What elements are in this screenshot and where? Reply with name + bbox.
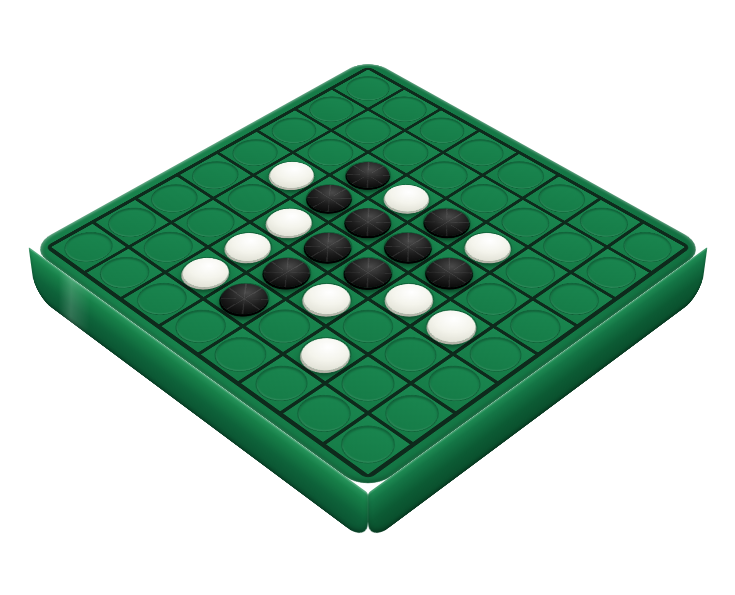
board-cell[interactable] [328,356,408,411]
board-cell[interactable] [124,274,201,324]
othello-board [29,58,708,493]
board-cell[interactable] [161,301,239,352]
black-disc[interactable] [417,252,482,293]
board-cell[interactable] [326,416,409,475]
board-cell[interactable] [286,328,365,381]
white-disc[interactable] [418,304,485,348]
board-cell[interactable] [201,328,280,381]
board-cell[interactable] [241,356,321,411]
board-cell[interactable] [371,274,448,324]
board-cell[interactable] [536,274,613,324]
board-cell[interactable] [249,249,324,297]
board-cell[interactable] [456,328,535,381]
board-cell[interactable] [87,249,162,297]
board-cell[interactable] [168,249,243,297]
board-cell[interactable] [206,274,283,324]
board-cell[interactable] [414,356,494,411]
black-disc[interactable] [211,278,277,321]
board-top-surface [29,58,708,493]
black-disc[interactable] [254,252,319,293]
board-cell[interactable] [330,249,405,297]
white-disc[interactable] [173,252,238,293]
board-cell[interactable] [288,274,365,324]
board-cell[interactable] [245,301,323,352]
white-disc[interactable] [376,278,442,321]
board-cell[interactable] [329,301,407,352]
board-cell[interactable] [413,301,491,352]
black-disc[interactable] [336,252,401,293]
board-cell[interactable] [493,249,568,297]
board-cell[interactable] [283,385,365,442]
board-cell[interactable] [574,249,649,297]
board-cell[interactable] [453,274,530,324]
board-cell[interactable] [497,301,575,352]
white-disc[interactable] [294,278,360,321]
board-grid [44,66,691,480]
product-photo-background [0,0,735,595]
board-cell[interactable] [411,249,486,297]
white-disc[interactable] [291,332,359,378]
board-cell[interactable] [371,385,453,442]
board-cell[interactable] [371,328,450,381]
